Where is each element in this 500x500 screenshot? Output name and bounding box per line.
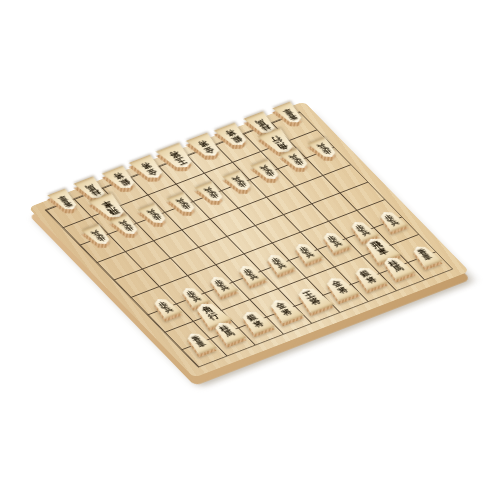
piece-kanji-label: 歩兵 [183, 287, 203, 303]
piece-6c-gote-pawn[interactable]: 歩兵 [166, 192, 200, 215]
piece-6g-sente-pawn[interactable]: 歩兵 [234, 263, 268, 286]
piece-9c-gote-pawn[interactable]: 歩兵 [81, 224, 115, 247]
piece-5g-sente-pawn[interactable]: 歩兵 [262, 252, 296, 275]
piece-1i-sente-lance[interactable]: 香車 [408, 243, 443, 268]
piece-kanji-label: 歩兵 [211, 276, 231, 292]
piece-kanji-label: 歩兵 [239, 265, 259, 281]
piece-kanji-label: 歩兵 [296, 243, 316, 259]
piece-4c-gote-pawn[interactable]: 歩兵 [222, 170, 256, 193]
piece-1g-sente-pawn[interactable]: 歩兵 [375, 208, 409, 231]
piece-kanji-label: 角行 [197, 303, 220, 322]
piece-9g-sente-pawn[interactable]: 歩兵 [149, 296, 183, 319]
piece-kanji-label: 香車 [414, 246, 434, 262]
piece-kanji-label: 歩兵 [352, 221, 372, 237]
piece-9i-sente-lance[interactable]: 香車 [182, 331, 217, 356]
pieces-layer: 香車桂馬銀将金将玉将金将銀将桂馬香車飛車角行歩兵歩兵歩兵歩兵歩兵歩兵歩兵歩兵歩兵… [0, 0, 500, 500]
piece-4g-sente-pawn[interactable]: 歩兵 [290, 241, 324, 264]
piece-9a-gote-lance[interactable]: 香車 [46, 188, 81, 213]
piece-1a-gote-lance[interactable]: 香車 [272, 101, 307, 126]
piece-kanji-label: 歩兵 [154, 298, 174, 314]
piece-1c-gote-pawn[interactable]: 歩兵 [307, 137, 341, 160]
piece-3c-gote-pawn[interactable]: 歩兵 [250, 159, 284, 182]
piece-5c-gote-pawn[interactable]: 歩兵 [194, 181, 228, 204]
shogi-set-photo: 香車桂馬銀将金将玉将金将銀将桂馬香車飛車角行歩兵歩兵歩兵歩兵歩兵歩兵歩兵歩兵歩兵… [0, 0, 500, 500]
piece-7c-gote-pawn[interactable]: 歩兵 [138, 203, 172, 226]
piece-kanji-label: 歩兵 [267, 254, 287, 270]
piece-kanji-label: 香車 [188, 333, 208, 349]
piece-3g-sente-pawn[interactable]: 歩兵 [318, 230, 352, 253]
piece-kanji-label: 歩兵 [380, 211, 400, 227]
piece-7g-sente-pawn[interactable]: 歩兵 [205, 274, 239, 297]
piece-kanji-label: 歩兵 [324, 232, 344, 248]
